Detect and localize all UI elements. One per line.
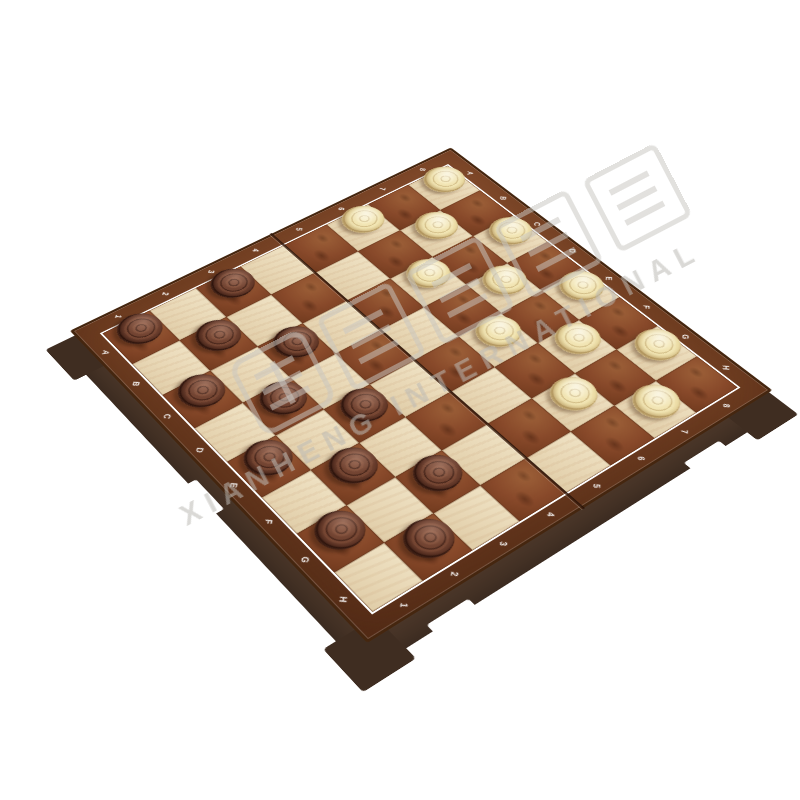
- play-area: [100, 164, 741, 614]
- scene-3d: ABCDEFGH ABCDEFGH 87654321 87654321: [0, 0, 800, 800]
- board-frame: ABCDEFGH ABCDEFGH 87654321 87654321: [74, 150, 768, 639]
- board-top-face: ABCDEFGH ABCDEFGH 87654321 87654321: [70, 148, 773, 644]
- case-hinge-notch: [684, 441, 732, 474]
- product-photo-stage: ABCDEFGH ABCDEFGH 87654321 87654321 XIAN…: [0, 0, 800, 800]
- checkers-board: ABCDEFGH ABCDEFGH 87654321 87654321: [70, 148, 773, 644]
